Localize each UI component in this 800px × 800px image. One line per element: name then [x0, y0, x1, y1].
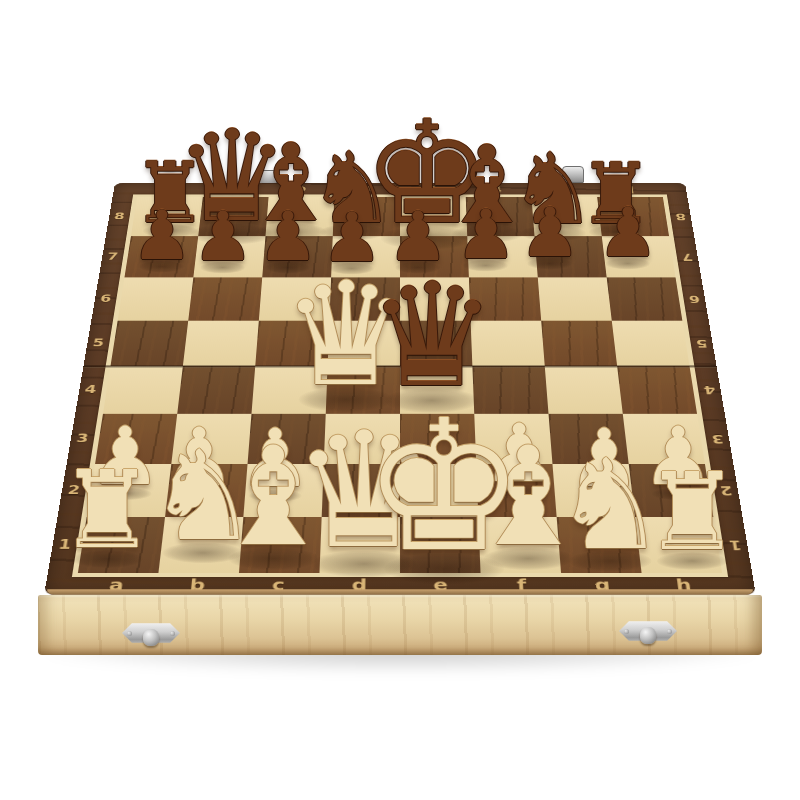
latch-screw — [624, 629, 629, 634]
chess-set-photo: 8877665544332211aabbccddeeffgghh ♜♛♝♞♚♝♞… — [0, 0, 800, 800]
piece-light-king-e1[interactable]: ♚ — [363, 396, 525, 577]
square-h6[interactable] — [607, 277, 683, 320]
square-h4[interactable] — [617, 366, 697, 414]
latch-left-icon — [122, 620, 180, 650]
square-b5[interactable] — [183, 321, 259, 366]
piece-dark-pawn-g7[interactable]: ♟ — [520, 199, 581, 267]
square-a5[interactable] — [111, 321, 189, 366]
piece-dark-pawn-a7[interactable]: ♟ — [132, 202, 193, 270]
latch-knob — [143, 629, 159, 646]
piece-light-rook-a1[interactable]: ♜ — [59, 457, 155, 564]
latch-screw — [170, 631, 175, 636]
latch-screw — [667, 629, 672, 634]
latch-knob — [640, 627, 656, 644]
piece-light-rook-h1[interactable]: ♜ — [644, 459, 740, 566]
square-g6[interactable] — [538, 277, 612, 320]
square-a4[interactable] — [103, 366, 183, 414]
latch-screw — [127, 631, 132, 636]
square-g5[interactable] — [541, 321, 617, 366]
square-h5[interactable] — [612, 321, 690, 366]
square-g4[interactable] — [545, 366, 623, 414]
square-a6[interactable] — [118, 277, 194, 320]
piece-dark-pawn-h7[interactable]: ♟ — [598, 199, 659, 267]
square-b6[interactable] — [188, 277, 262, 320]
latch-right-icon — [619, 618, 677, 648]
square-b4[interactable] — [177, 366, 255, 414]
piece-dark-pawn-b7[interactable]: ♟ — [193, 203, 254, 271]
